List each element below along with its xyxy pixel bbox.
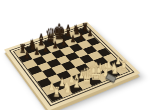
square-h8: ♜ xyxy=(76,28,89,36)
piece-black-pawn: ♟ xyxy=(34,47,40,57)
piece-black-queen: ♛ xyxy=(45,26,56,45)
square-e6 xyxy=(60,47,74,56)
piece-black-pawn: ♟ xyxy=(87,29,92,38)
piece-white-knight: ♞ xyxy=(63,79,72,95)
square-e5 xyxy=(65,52,79,61)
piece-black-bishop: ♝ xyxy=(37,32,46,48)
square-f7: ♟ xyxy=(64,38,78,46)
chessboard: ♜♞♝♛♚♝♞♜♟♟♟♟♟♟♟♟♟♟♟♟♟♟♟♟♜♞♝♛♚♝♞♜ xyxy=(4,22,140,110)
square-f8: ♝ xyxy=(59,33,72,41)
square-h5 xyxy=(91,43,105,52)
square-h7: ♟ xyxy=(81,32,94,40)
square-g5 xyxy=(83,46,97,55)
square-f6 xyxy=(69,43,83,52)
piece-black-knight: ♞ xyxy=(73,23,81,37)
square-e7: ♟ xyxy=(55,41,69,49)
square-c8: ♝ xyxy=(33,42,47,50)
board-wooden-frame: ♜♞♝♛♚♝♞♜♟♟♟♟♟♟♟♟♟♟♟♟♟♟♟♟♜♞♝♛♚♝♞♜ xyxy=(4,22,140,110)
piece-white-queen: ♛ xyxy=(81,66,93,88)
piece-black-knight: ♞ xyxy=(28,37,36,51)
piece-black-pawn: ♟ xyxy=(79,32,85,42)
piece-black-bishop: ♝ xyxy=(63,24,72,40)
square-a8: ♜ xyxy=(14,48,28,57)
square-c6 xyxy=(42,53,56,62)
piece-black-pawn: ♟ xyxy=(61,38,67,48)
piece-black-rook: ♜ xyxy=(19,43,26,55)
square-e8: ♚ xyxy=(51,36,64,44)
piece-black-king: ♚ xyxy=(53,21,65,42)
square-f5 xyxy=(74,49,88,58)
piece-black-pawn: ♟ xyxy=(70,35,76,45)
square-b8: ♞ xyxy=(24,45,38,54)
piece-white-bishop: ♝ xyxy=(72,73,82,91)
square-h4 xyxy=(97,48,111,57)
piece-black-pawn: ♟ xyxy=(43,44,49,54)
square-g8: ♞ xyxy=(68,30,81,38)
piece-white-rook: ♜ xyxy=(53,86,61,100)
board-squares-grid: ♜♞♝♛♚♝♞♜♟♟♟♟♟♟♟♟♟♟♟♟♟♟♟♟♜♞♝♛♚♝♞♜ xyxy=(13,27,130,103)
square-b7: ♟ xyxy=(28,51,42,60)
square-d8: ♛ xyxy=(42,39,55,47)
square-d6 xyxy=(51,50,65,59)
piece-black-rook: ♜ xyxy=(82,22,89,33)
square-h6 xyxy=(86,37,100,45)
square-g6 xyxy=(78,40,92,48)
square-c7: ♟ xyxy=(37,47,51,56)
piece-white-rook: ♜ xyxy=(120,60,127,73)
square-g7: ♟ xyxy=(73,35,87,43)
product-photo: ♜♞♝♛♚♝♞♜♟♟♟♟♟♟♟♟♟♟♟♟♟♟♟♟♜♞♝♛♚♝♞♜ xyxy=(0,0,150,110)
chessboard-scene: ♜♞♝♛♚♝♞♜♟♟♟♟♟♟♟♟♟♟♟♟♟♟♟♟♜♞♝♛♚♝♞♜ xyxy=(0,0,150,110)
piece-white-knight: ♞ xyxy=(111,61,120,76)
piece-black-pawn: ♟ xyxy=(52,41,58,51)
square-d7: ♟ xyxy=(46,44,60,53)
piece-black-pawn: ♟ xyxy=(24,51,30,61)
